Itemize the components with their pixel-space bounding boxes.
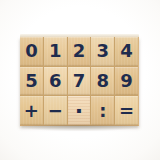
block-6: 6 xyxy=(44,67,67,96)
block-grid: 0 1 2 3 4 5 6 7 8 9 + − · : = xyxy=(20,37,139,126)
block-0: 0 xyxy=(20,37,43,66)
block-multiply-dot: · xyxy=(68,96,91,125)
block-3: 3 xyxy=(91,37,114,66)
tray-shadow xyxy=(22,125,138,131)
block-equals: = xyxy=(115,96,138,125)
block-1: 1 xyxy=(44,37,67,66)
product-photo: 0 1 2 3 4 5 6 7 8 9 + − · : = xyxy=(0,0,160,160)
block-divide-colon: : xyxy=(91,96,114,125)
block-plus: + xyxy=(20,96,43,125)
block-minus: − xyxy=(44,96,67,125)
block-7: 7 xyxy=(68,67,91,96)
block-4: 4 xyxy=(115,37,138,66)
block-9: 9 xyxy=(115,67,138,96)
block-tray: 0 1 2 3 4 5 6 7 8 9 + − · : = xyxy=(20,34,139,126)
block-8: 8 xyxy=(91,67,114,96)
block-5: 5 xyxy=(20,67,43,96)
block-2: 2 xyxy=(68,37,91,66)
